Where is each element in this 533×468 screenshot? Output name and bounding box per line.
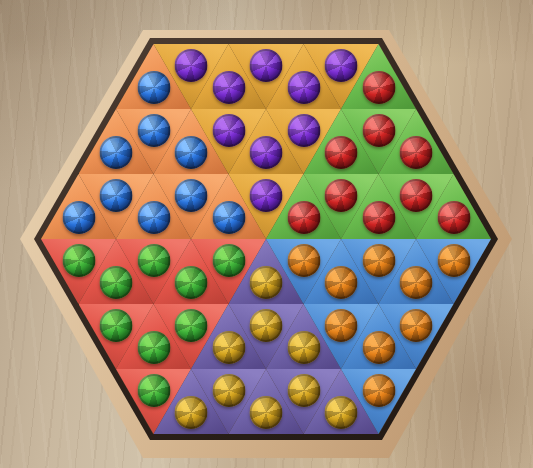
hexagonal-wooden-tray bbox=[0, 0, 533, 468]
gem-blue bbox=[100, 179, 133, 212]
gem-yellow bbox=[287, 331, 320, 364]
gem-purple bbox=[175, 49, 208, 82]
gem-red bbox=[362, 114, 395, 147]
gem-yellow bbox=[175, 396, 208, 429]
gem-red bbox=[362, 71, 395, 104]
gem-purple bbox=[250, 179, 283, 212]
gem-orange bbox=[362, 244, 395, 277]
gem-orange bbox=[437, 244, 470, 277]
gem-blue bbox=[62, 201, 95, 234]
gem-purple bbox=[287, 114, 320, 147]
gem-orange bbox=[362, 374, 395, 407]
gem-purple bbox=[325, 49, 358, 82]
gem-green bbox=[137, 374, 170, 407]
gem-green bbox=[62, 244, 95, 277]
gem-blue bbox=[175, 179, 208, 212]
gem-yellow bbox=[212, 331, 245, 364]
gem-blue bbox=[100, 136, 133, 169]
gem-purple bbox=[250, 136, 283, 169]
triangle-board bbox=[0, 0, 533, 468]
gem-blue bbox=[212, 201, 245, 234]
gem-yellow bbox=[250, 396, 283, 429]
gem-red bbox=[437, 201, 470, 234]
gem-yellow bbox=[250, 266, 283, 299]
gem-orange bbox=[287, 244, 320, 277]
gem-orange bbox=[362, 331, 395, 364]
gem-red bbox=[400, 179, 433, 212]
gem-purple bbox=[212, 114, 245, 147]
gem-green bbox=[100, 266, 133, 299]
gem-orange bbox=[400, 266, 433, 299]
gem-red bbox=[362, 201, 395, 234]
gem-red bbox=[325, 136, 358, 169]
gem-green bbox=[175, 266, 208, 299]
gem-red bbox=[287, 201, 320, 234]
gem-green bbox=[137, 244, 170, 277]
photo-scene bbox=[0, 0, 533, 468]
gem-green bbox=[175, 309, 208, 342]
gem-orange bbox=[325, 266, 358, 299]
gem-yellow bbox=[287, 374, 320, 407]
gem-orange bbox=[325, 309, 358, 342]
gem-purple bbox=[287, 71, 320, 104]
gem-yellow bbox=[250, 309, 283, 342]
gem-blue bbox=[137, 201, 170, 234]
gem-purple bbox=[250, 49, 283, 82]
gem-red bbox=[400, 136, 433, 169]
gem-red bbox=[325, 179, 358, 212]
gem-blue bbox=[175, 136, 208, 169]
gem-green bbox=[212, 244, 245, 277]
gem-green bbox=[100, 309, 133, 342]
gem-yellow bbox=[212, 374, 245, 407]
gem-orange bbox=[400, 309, 433, 342]
gem-blue bbox=[137, 71, 170, 104]
gem-green bbox=[137, 331, 170, 364]
gem-blue bbox=[137, 114, 170, 147]
gem-purple bbox=[212, 71, 245, 104]
gem-yellow bbox=[325, 396, 358, 429]
